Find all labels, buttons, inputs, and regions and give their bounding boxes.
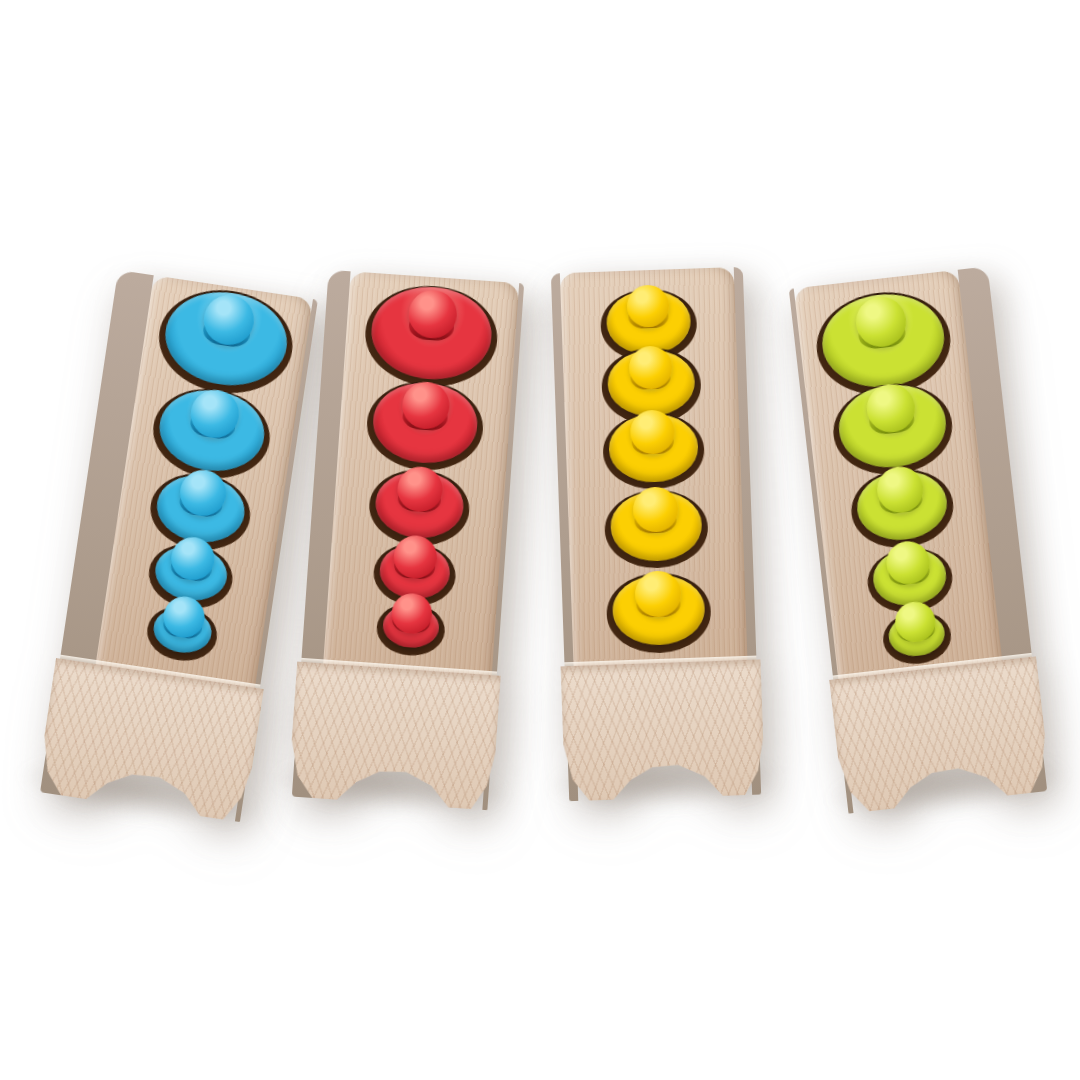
red-block-end-face bbox=[288, 662, 501, 811]
yellow-cylinder-2-knob[interactable] bbox=[628, 345, 672, 389]
product-photo-canvas bbox=[0, 0, 1080, 1080]
green-cylinder-block bbox=[789, 266, 1047, 813]
yellow-cylinder-block bbox=[551, 267, 761, 801]
green-block-end-face bbox=[829, 656, 1051, 814]
blue-cylinder-block bbox=[40, 270, 318, 822]
yellow-block-end-face bbox=[561, 659, 765, 801]
red-cylinder-block bbox=[292, 270, 524, 810]
